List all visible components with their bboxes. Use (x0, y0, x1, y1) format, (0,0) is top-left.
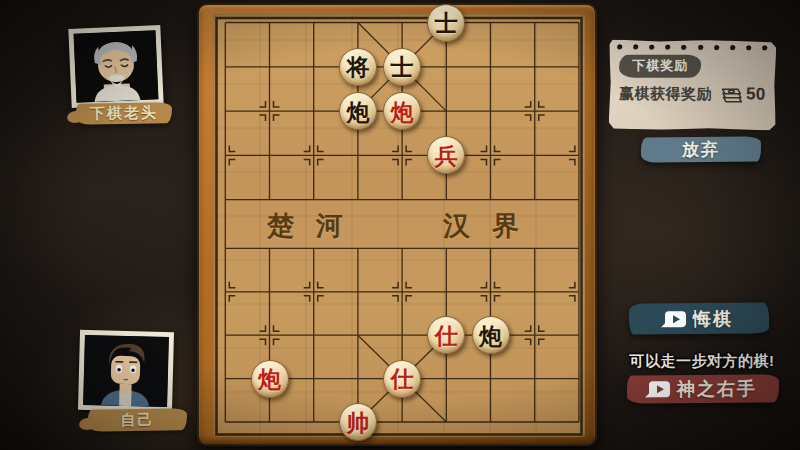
opponent-photo (68, 25, 163, 108)
red-piece-仕[interactable]: 仕 (427, 316, 465, 354)
reward-amount: 50 (746, 84, 766, 104)
self-avatar (83, 335, 169, 407)
reward-line: 赢棋获得奖励 50 (619, 83, 766, 104)
opponent-avatar (74, 30, 159, 103)
perforation-hole (762, 45, 767, 50)
note-perforation (617, 44, 767, 50)
self-photo (78, 330, 174, 412)
xiangqi-board[interactable]: 楚河 汉界 士将士炮炮兵仕炮炮仕帅 (197, 3, 597, 446)
perforation-hole (649, 45, 654, 50)
perforation-hole (633, 45, 638, 50)
perforation-hole (730, 45, 735, 50)
red-piece-炮[interactable]: 炮 (251, 360, 289, 398)
black-piece-炮[interactable]: 炮 (339, 92, 377, 130)
black-piece-炮[interactable]: 炮 (472, 316, 510, 354)
undo-label: 悔棋 (693, 306, 733, 330)
god-hand-button[interactable]: 神之右手 (627, 374, 779, 403)
perforation-hole (698, 45, 703, 50)
video-ad-icon (665, 311, 686, 327)
perforation-hole (617, 44, 622, 49)
red-piece-帅[interactable]: 帅 (339, 403, 377, 441)
perforation-hole (746, 45, 751, 50)
perforation-hole (666, 45, 671, 50)
undo-button[interactable]: 悔棋 (629, 302, 769, 334)
red-piece-仕[interactable]: 仕 (383, 360, 421, 398)
video-ad-icon (649, 381, 670, 397)
black-piece-士[interactable]: 士 (427, 4, 465, 42)
give-up-button[interactable]: 放弃 (641, 136, 761, 162)
opponent-name: 下棋老头 (90, 103, 158, 123)
reward-title-badge: 下棋奖励 (619, 55, 701, 78)
reward-note: 下棋奖励 赢棋获得奖励 50 (609, 39, 777, 130)
opponent-name-banner: 下棋老头 (76, 102, 172, 125)
god-hand-label: 神之右手 (677, 377, 757, 402)
god-hand-tip: 可以走一步对方的棋! (600, 352, 800, 371)
perforation-hole (714, 45, 719, 50)
black-piece-将[interactable]: 将 (339, 48, 377, 86)
black-piece-士[interactable]: 士 (383, 48, 421, 86)
red-piece-炮[interactable]: 炮 (383, 92, 421, 130)
reward-text: 赢棋获得奖励 (619, 84, 712, 104)
reward-title: 下棋奖励 (632, 58, 688, 73)
game-screen: 下棋老头 自己 楚河 汉界 士将士炮炮兵仕炮炮仕帅 (0, 0, 800, 450)
perforation-hole (682, 45, 687, 50)
red-piece-兵[interactable]: 兵 (427, 136, 465, 174)
self-name: 自己 (120, 410, 154, 430)
money-stack-icon (717, 84, 744, 104)
pieces-layer: 士将士炮炮兵仕炮炮仕帅 (199, 5, 599, 448)
self-name-banner: 自己 (88, 408, 187, 432)
give-up-label: 放弃 (682, 138, 720, 161)
